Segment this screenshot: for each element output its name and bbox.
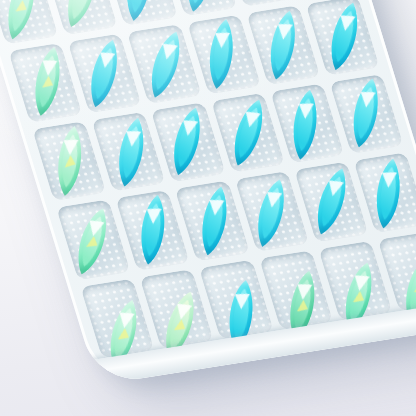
tray-cell	[0, 0, 59, 44]
sparkle-highlight	[351, 289, 366, 306]
rhinestone-blue	[75, 33, 133, 115]
sparkle-highlight	[13, 0, 28, 15]
rhinestone-tray	[0, 0, 416, 385]
rhinestone-blue	[242, 172, 300, 254]
rhinestone-blue	[127, 189, 178, 269]
rhinestone-green	[0, 0, 50, 46]
rhinestone-green	[51, 0, 112, 35]
rhinestone-blue	[280, 85, 331, 165]
rhinestone-blue	[135, 24, 196, 106]
sparkle-highlight	[295, 298, 310, 315]
sparkle-highlight	[73, 0, 89, 3]
rhinestone-blue	[301, 160, 362, 242]
rhinestone-blue	[232, 0, 290, 6]
product-photo	[0, 0, 416, 416]
rhinestone-green	[44, 121, 95, 201]
sparkle-highlight	[171, 317, 187, 334]
sparkle-highlight	[115, 326, 130, 343]
rhinestone-green	[61, 200, 122, 282]
sparkle-highlight	[62, 154, 76, 170]
rhinestone-blue	[218, 92, 279, 174]
rhinestone-blue	[158, 101, 216, 183]
rhinestone-blue	[316, 0, 374, 77]
rhinestone-blue	[196, 14, 247, 94]
rhinestone-blue	[363, 153, 414, 233]
sparkle-highlight	[83, 233, 99, 250]
rhinestone-blue	[187, 180, 241, 261]
sparkle-highlight	[412, 279, 416, 296]
rhinestone-blue	[173, 0, 227, 17]
rhinestone-blue	[339, 73, 393, 154]
rhinestone-blue	[256, 5, 310, 86]
rhinestone-blue	[113, 0, 164, 26]
sparkle-highlight	[39, 74, 54, 91]
rhinestone-blue	[104, 112, 158, 193]
rhinestone-green	[20, 41, 74, 122]
